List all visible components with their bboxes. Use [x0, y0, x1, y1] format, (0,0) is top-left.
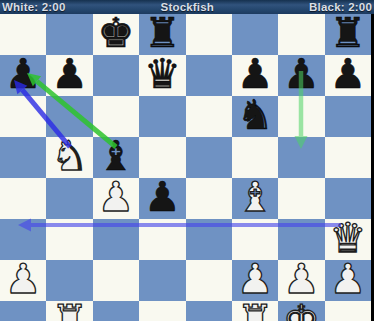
- square-a4[interactable]: [0, 178, 46, 219]
- piece-black-pawn-h7[interactable]: ♟: [329, 54, 366, 95]
- square-f5[interactable]: [232, 137, 278, 178]
- square-e8[interactable]: [186, 14, 232, 55]
- square-f6[interactable]: ♞: [232, 96, 278, 137]
- square-f7[interactable]: ♟: [232, 55, 278, 96]
- square-f8[interactable]: [232, 14, 278, 55]
- square-h3[interactable]: ♛: [325, 219, 371, 260]
- piece-white-pawn-c4[interactable]: ♟: [98, 177, 135, 218]
- square-f3[interactable]: [232, 219, 278, 260]
- square-h5[interactable]: [325, 137, 371, 178]
- square-e4[interactable]: [186, 178, 232, 219]
- square-b5[interactable]: ♞: [46, 137, 92, 178]
- piece-black-queen-d7[interactable]: ♛: [144, 54, 181, 95]
- square-b6[interactable]: [46, 96, 92, 137]
- square-g5[interactable]: [278, 137, 324, 178]
- square-c4[interactable]: ♟: [93, 178, 139, 219]
- square-b1[interactable]: ♜: [46, 301, 92, 321]
- square-d8[interactable]: ♜: [139, 14, 185, 55]
- square-c2[interactable]: [93, 260, 139, 301]
- square-f1[interactable]: ♜: [232, 301, 278, 321]
- square-a6[interactable]: [0, 96, 46, 137]
- square-d5[interactable]: [139, 137, 185, 178]
- square-b7[interactable]: ♟: [46, 55, 92, 96]
- square-h1[interactable]: [325, 301, 371, 321]
- square-c7[interactable]: [93, 55, 139, 96]
- square-h2[interactable]: ♟: [325, 260, 371, 301]
- piece-black-bishop-c5[interactable]: ♝: [98, 136, 135, 177]
- square-b2[interactable]: [46, 260, 92, 301]
- square-e6[interactable]: [186, 96, 232, 137]
- piece-black-knight-f6[interactable]: ♞: [237, 95, 274, 136]
- square-a7[interactable]: ♟: [0, 55, 46, 96]
- square-h7[interactable]: ♟: [325, 55, 371, 96]
- square-g3[interactable]: [278, 219, 324, 260]
- square-h4[interactable]: [325, 178, 371, 219]
- piece-black-king-c8[interactable]: ♚: [98, 13, 135, 54]
- square-f4[interactable]: ♝: [232, 178, 278, 219]
- square-b8[interactable]: [46, 14, 92, 55]
- piece-white-bishop-f4[interactable]: ♝: [237, 177, 274, 218]
- piece-white-rook-f1[interactable]: ♜: [237, 300, 274, 321]
- piece-black-rook-d8[interactable]: ♜: [144, 13, 181, 54]
- square-a2[interactable]: ♟: [0, 260, 46, 301]
- piece-white-pawn-h2[interactable]: ♟: [329, 259, 366, 300]
- square-b4[interactable]: [46, 178, 92, 219]
- square-g6[interactable]: [278, 96, 324, 137]
- square-g7[interactable]: ♟: [278, 55, 324, 96]
- piece-white-rook-b1[interactable]: ♜: [51, 300, 88, 321]
- square-e5[interactable]: [186, 137, 232, 178]
- piece-black-pawn-f7[interactable]: ♟: [237, 54, 274, 95]
- square-h6[interactable]: [325, 96, 371, 137]
- square-e3[interactable]: [186, 219, 232, 260]
- square-a3[interactable]: [0, 219, 46, 260]
- black-clock: Black: 2:00: [309, 0, 372, 14]
- piece-white-pawn-g2[interactable]: ♟: [283, 259, 320, 300]
- piece-white-pawn-f2[interactable]: ♟: [237, 259, 274, 300]
- square-a5[interactable]: [0, 137, 46, 178]
- square-d3[interactable]: [139, 219, 185, 260]
- square-c6[interactable]: [93, 96, 139, 137]
- square-d4[interactable]: ♟: [139, 178, 185, 219]
- square-b3[interactable]: [46, 219, 92, 260]
- square-e7[interactable]: [186, 55, 232, 96]
- square-d6[interactable]: [139, 96, 185, 137]
- square-g8[interactable]: [278, 14, 324, 55]
- white-clock: White: 2:00: [2, 0, 66, 14]
- square-d1[interactable]: [139, 301, 185, 321]
- square-c8[interactable]: ♚: [93, 14, 139, 55]
- piece-black-pawn-d4[interactable]: ♟: [144, 177, 181, 218]
- square-c1[interactable]: [93, 301, 139, 321]
- board: ♚♜♜♟♟♛♟♟♟♞♞♝♟♟♝♛♟♟♟♟♜♜♚: [0, 14, 371, 317]
- square-e1[interactable]: [186, 301, 232, 321]
- square-f2[interactable]: ♟: [232, 260, 278, 301]
- piece-white-king-g1[interactable]: ♚: [283, 300, 320, 321]
- piece-white-queen-h3[interactable]: ♛: [329, 218, 366, 259]
- square-g4[interactable]: [278, 178, 324, 219]
- square-a8[interactable]: [0, 14, 46, 55]
- square-h8[interactable]: ♜: [325, 14, 371, 55]
- piece-black-pawn-b7[interactable]: ♟: [51, 54, 88, 95]
- square-d2[interactable]: [139, 260, 185, 301]
- piece-white-knight-b5[interactable]: ♞: [51, 136, 88, 177]
- piece-black-pawn-a7[interactable]: ♟: [5, 54, 42, 95]
- status-bar: White: 2:00 Stockfish Black: 2:00: [0, 0, 374, 14]
- square-g2[interactable]: ♟: [278, 260, 324, 301]
- piece-white-pawn-a2[interactable]: ♟: [5, 259, 42, 300]
- piece-black-rook-h8[interactable]: ♜: [329, 13, 366, 54]
- square-d7[interactable]: ♛: [139, 55, 185, 96]
- square-a1[interactable]: [0, 301, 46, 321]
- engine-name: Stockfish: [161, 0, 215, 14]
- square-c5[interactable]: ♝: [93, 137, 139, 178]
- piece-black-pawn-g7[interactable]: ♟: [283, 54, 320, 95]
- square-c3[interactable]: [93, 219, 139, 260]
- square-e2[interactable]: [186, 260, 232, 301]
- square-g1[interactable]: ♚: [278, 301, 324, 321]
